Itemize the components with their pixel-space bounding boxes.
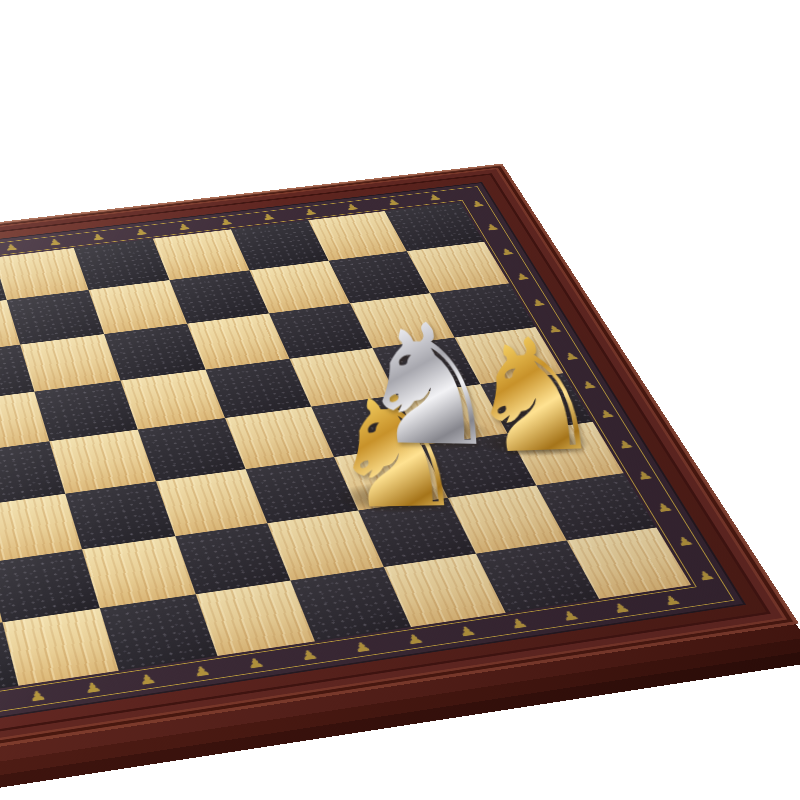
- miniature-chess-set-photo: ♟ ♟ ♟ ♟ ♟ ♟ ♟ ♟ ♟ ♟ ♟ ♟ ♟ ♟ ♟ ♟ ♟ ♟ ♟ ♟ …: [0, 0, 800, 800]
- gold-knight-g4: ♞: [452, 315, 617, 476]
